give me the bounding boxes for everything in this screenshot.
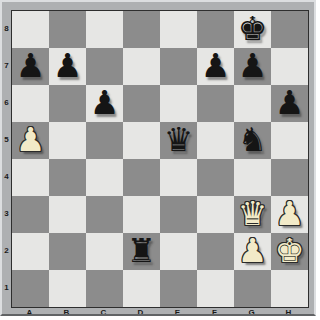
- square-d8[interactable]: [123, 11, 160, 48]
- square-e7[interactable]: [160, 48, 197, 85]
- square-g8[interactable]: ♚: [234, 11, 271, 48]
- square-b7[interactable]: ♟: [49, 48, 86, 85]
- square-f5[interactable]: [197, 122, 234, 159]
- square-b2[interactable]: [49, 233, 86, 270]
- square-d1[interactable]: [123, 270, 160, 307]
- square-c2[interactable]: [86, 233, 123, 270]
- rank-label-5: 5: [2, 135, 11, 144]
- square-a1[interactable]: [12, 270, 49, 307]
- square-b4[interactable]: [49, 159, 86, 196]
- piece-black-king: ♚: [238, 12, 268, 45]
- piece-black-pawn: ♟: [53, 49, 83, 82]
- piece-black-queen: ♛: [164, 123, 194, 156]
- rank-label-6: 6: [2, 98, 11, 107]
- file-label-d: D: [122, 308, 159, 316]
- square-a3[interactable]: [12, 196, 49, 233]
- square-d6[interactable]: [123, 85, 160, 122]
- square-g7[interactable]: ♟: [234, 48, 271, 85]
- square-e8[interactable]: [160, 11, 197, 48]
- file-label-e: E: [159, 308, 196, 316]
- piece-white-pawn: ♟: [16, 123, 46, 156]
- square-e2[interactable]: [160, 233, 197, 270]
- square-a5[interactable]: ♟: [12, 122, 49, 159]
- square-g6[interactable]: [234, 85, 271, 122]
- square-c3[interactable]: [86, 196, 123, 233]
- square-c7[interactable]: [86, 48, 123, 85]
- square-b6[interactable]: [49, 85, 86, 122]
- chess-board: ♚♟♟♟♟♟♟♟♛♞♛♟♜♟♚: [11, 10, 309, 308]
- file-label-b: B: [48, 308, 85, 316]
- square-a8[interactable]: [12, 11, 49, 48]
- piece-white-queen: ♛: [238, 197, 268, 230]
- square-h7[interactable]: [271, 48, 308, 85]
- square-e5[interactable]: ♛: [160, 122, 197, 159]
- square-e1[interactable]: [160, 270, 197, 307]
- rank-label-2: 2: [2, 246, 11, 255]
- square-h6[interactable]: ♟: [271, 85, 308, 122]
- file-label-c: C: [85, 308, 122, 316]
- square-c6[interactable]: ♟: [86, 85, 123, 122]
- rank-label-3: 3: [2, 209, 11, 218]
- square-c4[interactable]: [86, 159, 123, 196]
- piece-black-knight: ♞: [238, 123, 268, 156]
- square-h8[interactable]: [271, 11, 308, 48]
- square-c8[interactable]: [86, 11, 123, 48]
- piece-black-pawn: ♟: [238, 49, 268, 82]
- square-b1[interactable]: [49, 270, 86, 307]
- square-d7[interactable]: [123, 48, 160, 85]
- piece-black-pawn: ♟: [201, 49, 231, 82]
- square-a4[interactable]: [12, 159, 49, 196]
- square-f1[interactable]: [197, 270, 234, 307]
- file-label-g: G: [233, 308, 270, 316]
- rank-label-1: 1: [2, 283, 11, 292]
- square-c5[interactable]: [86, 122, 123, 159]
- square-c1[interactable]: [86, 270, 123, 307]
- square-e4[interactable]: [160, 159, 197, 196]
- square-g4[interactable]: [234, 159, 271, 196]
- piece-white-pawn: ♟: [275, 197, 305, 230]
- square-b5[interactable]: [49, 122, 86, 159]
- square-h4[interactable]: [271, 159, 308, 196]
- file-label-h: H: [270, 308, 307, 316]
- square-e6[interactable]: [160, 85, 197, 122]
- square-f7[interactable]: ♟: [197, 48, 234, 85]
- piece-white-king: ♚: [275, 234, 305, 267]
- square-g3[interactable]: ♛: [234, 196, 271, 233]
- file-label-f: F: [196, 308, 233, 316]
- square-a6[interactable]: [12, 85, 49, 122]
- square-f3[interactable]: [197, 196, 234, 233]
- square-a7[interactable]: ♟: [12, 48, 49, 85]
- piece-white-pawn: ♟: [238, 234, 268, 267]
- square-e3[interactable]: [160, 196, 197, 233]
- square-f8[interactable]: [197, 11, 234, 48]
- square-f4[interactable]: [197, 159, 234, 196]
- piece-black-rook: ♜: [127, 234, 157, 267]
- square-h2[interactable]: ♚: [271, 233, 308, 270]
- diagram-frame: ♚♟♟♟♟♟♟♟♛♞♛♟♜♟♚ 87654321ABCDEFGH: [0, 0, 316, 316]
- square-b8[interactable]: [49, 11, 86, 48]
- rank-label-8: 8: [2, 24, 11, 33]
- rank-label-4: 4: [2, 172, 11, 181]
- square-f2[interactable]: [197, 233, 234, 270]
- square-d2[interactable]: ♜: [123, 233, 160, 270]
- square-d5[interactable]: [123, 122, 160, 159]
- square-g1[interactable]: [234, 270, 271, 307]
- square-g5[interactable]: ♞: [234, 122, 271, 159]
- rank-label-7: 7: [2, 61, 11, 70]
- square-b3[interactable]: [49, 196, 86, 233]
- square-a2[interactable]: [12, 233, 49, 270]
- square-h3[interactable]: ♟: [271, 196, 308, 233]
- file-label-a: A: [11, 308, 48, 316]
- piece-black-pawn: ♟: [275, 86, 305, 119]
- square-h5[interactable]: [271, 122, 308, 159]
- square-g2[interactable]: ♟: [234, 233, 271, 270]
- square-h1[interactable]: [271, 270, 308, 307]
- square-d3[interactable]: [123, 196, 160, 233]
- piece-black-pawn: ♟: [16, 49, 46, 82]
- piece-black-pawn: ♟: [90, 86, 120, 119]
- square-f6[interactable]: [197, 85, 234, 122]
- square-d4[interactable]: [123, 159, 160, 196]
